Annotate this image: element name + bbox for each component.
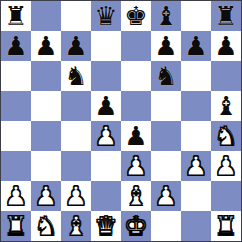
black-rook-piece: ♜ — [4, 1, 27, 31]
black-pawn-piece: ♟ — [34, 31, 57, 61]
square-g2[interactable] — [181, 181, 211, 211]
square-a5[interactable] — [1, 91, 31, 121]
square-a8[interactable]: ♜ — [1, 1, 31, 31]
square-h7[interactable]: ♟ — [211, 31, 241, 61]
square-e3[interactable]: ♟ — [121, 151, 151, 181]
black-rook-piece: ♜ — [214, 1, 237, 31]
black-pawn-piece: ♟ — [184, 31, 207, 61]
square-g8[interactable] — [181, 1, 211, 31]
square-d8[interactable]: ♛ — [91, 1, 121, 31]
square-d4[interactable]: ♟ — [91, 121, 121, 151]
square-e5[interactable] — [121, 91, 151, 121]
square-c8[interactable] — [61, 1, 91, 31]
square-b7[interactable]: ♟ — [31, 31, 61, 61]
white-pawn-piece: ♟ — [184, 151, 207, 181]
black-bishop-piece: ♝ — [154, 1, 177, 31]
square-b5[interactable] — [31, 91, 61, 121]
square-d7[interactable] — [91, 31, 121, 61]
square-c6[interactable]: ♞ — [61, 61, 91, 91]
square-e6[interactable] — [121, 61, 151, 91]
square-h4[interactable]: ♞ — [211, 121, 241, 151]
square-e8[interactable]: ♚ — [121, 1, 151, 31]
square-f4[interactable] — [151, 121, 181, 151]
square-g3[interactable]: ♟ — [181, 151, 211, 181]
square-d3[interactable] — [91, 151, 121, 181]
square-c3[interactable] — [61, 151, 91, 181]
black-queen-piece: ♛ — [94, 1, 117, 31]
square-b2[interactable]: ♟ — [31, 181, 61, 211]
square-c7[interactable]: ♟ — [61, 31, 91, 61]
square-f5[interactable] — [151, 91, 181, 121]
square-h6[interactable] — [211, 61, 241, 91]
square-a4[interactable] — [1, 121, 31, 151]
black-bishop-piece: ♝ — [214, 91, 237, 121]
square-b8[interactable] — [31, 1, 61, 31]
square-f6[interactable]: ♞ — [151, 61, 181, 91]
black-pawn-piece: ♟ — [4, 31, 27, 61]
square-b1[interactable]: ♞ — [31, 211, 61, 241]
square-a6[interactable] — [1, 61, 31, 91]
white-pawn-piece: ♟ — [214, 151, 237, 181]
white-bishop-piece: ♝ — [64, 211, 87, 241]
white-rook-piece: ♜ — [214, 211, 237, 241]
square-g1[interactable] — [181, 211, 211, 241]
square-d5[interactable]: ♟ — [91, 91, 121, 121]
square-e7[interactable] — [121, 31, 151, 61]
black-pawn-piece: ♟ — [214, 31, 237, 61]
white-pawn-piece: ♟ — [64, 181, 87, 211]
black-king-piece: ♚ — [124, 1, 147, 31]
white-pawn-piece: ♟ — [94, 121, 117, 151]
square-e2[interactable]: ♝ — [121, 181, 151, 211]
square-a7[interactable]: ♟ — [1, 31, 31, 61]
square-f7[interactable]: ♟ — [151, 31, 181, 61]
white-pawn-piece: ♟ — [4, 181, 27, 211]
square-c5[interactable] — [61, 91, 91, 121]
square-f2[interactable]: ♟ — [151, 181, 181, 211]
square-d6[interactable] — [91, 61, 121, 91]
black-knight-piece: ♞ — [154, 61, 177, 91]
chess-board: ♜♛♚♝♜♟♟♟♟♟♟♞♞♟♝♟♟♞♟♟♟♟♟♟♝♟♜♞♝♛♚♜ — [0, 0, 242, 242]
black-knight-piece: ♞ — [64, 61, 87, 91]
black-pawn-piece: ♟ — [64, 31, 87, 61]
square-a2[interactable]: ♟ — [1, 181, 31, 211]
square-h1[interactable]: ♜ — [211, 211, 241, 241]
white-pawn-piece: ♟ — [124, 151, 147, 181]
square-f8[interactable]: ♝ — [151, 1, 181, 31]
white-pawn-piece: ♟ — [34, 181, 57, 211]
square-g5[interactable] — [181, 91, 211, 121]
square-h8[interactable]: ♜ — [211, 1, 241, 31]
black-pawn-piece: ♟ — [124, 121, 147, 151]
white-pawn-piece: ♟ — [154, 181, 177, 211]
square-e1[interactable]: ♚ — [121, 211, 151, 241]
square-f3[interactable] — [151, 151, 181, 181]
black-pawn-piece: ♟ — [94, 91, 117, 121]
square-b4[interactable] — [31, 121, 61, 151]
black-pawn-piece: ♟ — [154, 31, 177, 61]
square-d2[interactable] — [91, 181, 121, 211]
square-d1[interactable]: ♛ — [91, 211, 121, 241]
white-knight-piece: ♞ — [214, 121, 237, 151]
white-king-piece: ♚ — [124, 211, 147, 241]
square-a1[interactable]: ♜ — [1, 211, 31, 241]
square-f1[interactable] — [151, 211, 181, 241]
square-c1[interactable]: ♝ — [61, 211, 91, 241]
square-g4[interactable] — [181, 121, 211, 151]
square-e4[interactable]: ♟ — [121, 121, 151, 151]
square-c4[interactable] — [61, 121, 91, 151]
square-b6[interactable] — [31, 61, 61, 91]
square-h2[interactable] — [211, 181, 241, 211]
white-rook-piece: ♜ — [4, 211, 27, 241]
square-g6[interactable] — [181, 61, 211, 91]
square-c2[interactable]: ♟ — [61, 181, 91, 211]
square-h3[interactable]: ♟ — [211, 151, 241, 181]
square-a3[interactable] — [1, 151, 31, 181]
white-bishop-piece: ♝ — [124, 181, 147, 211]
white-queen-piece: ♛ — [94, 211, 117, 241]
square-b3[interactable] — [31, 151, 61, 181]
white-knight-piece: ♞ — [34, 211, 57, 241]
square-g7[interactable]: ♟ — [181, 31, 211, 61]
square-h5[interactable]: ♝ — [211, 91, 241, 121]
